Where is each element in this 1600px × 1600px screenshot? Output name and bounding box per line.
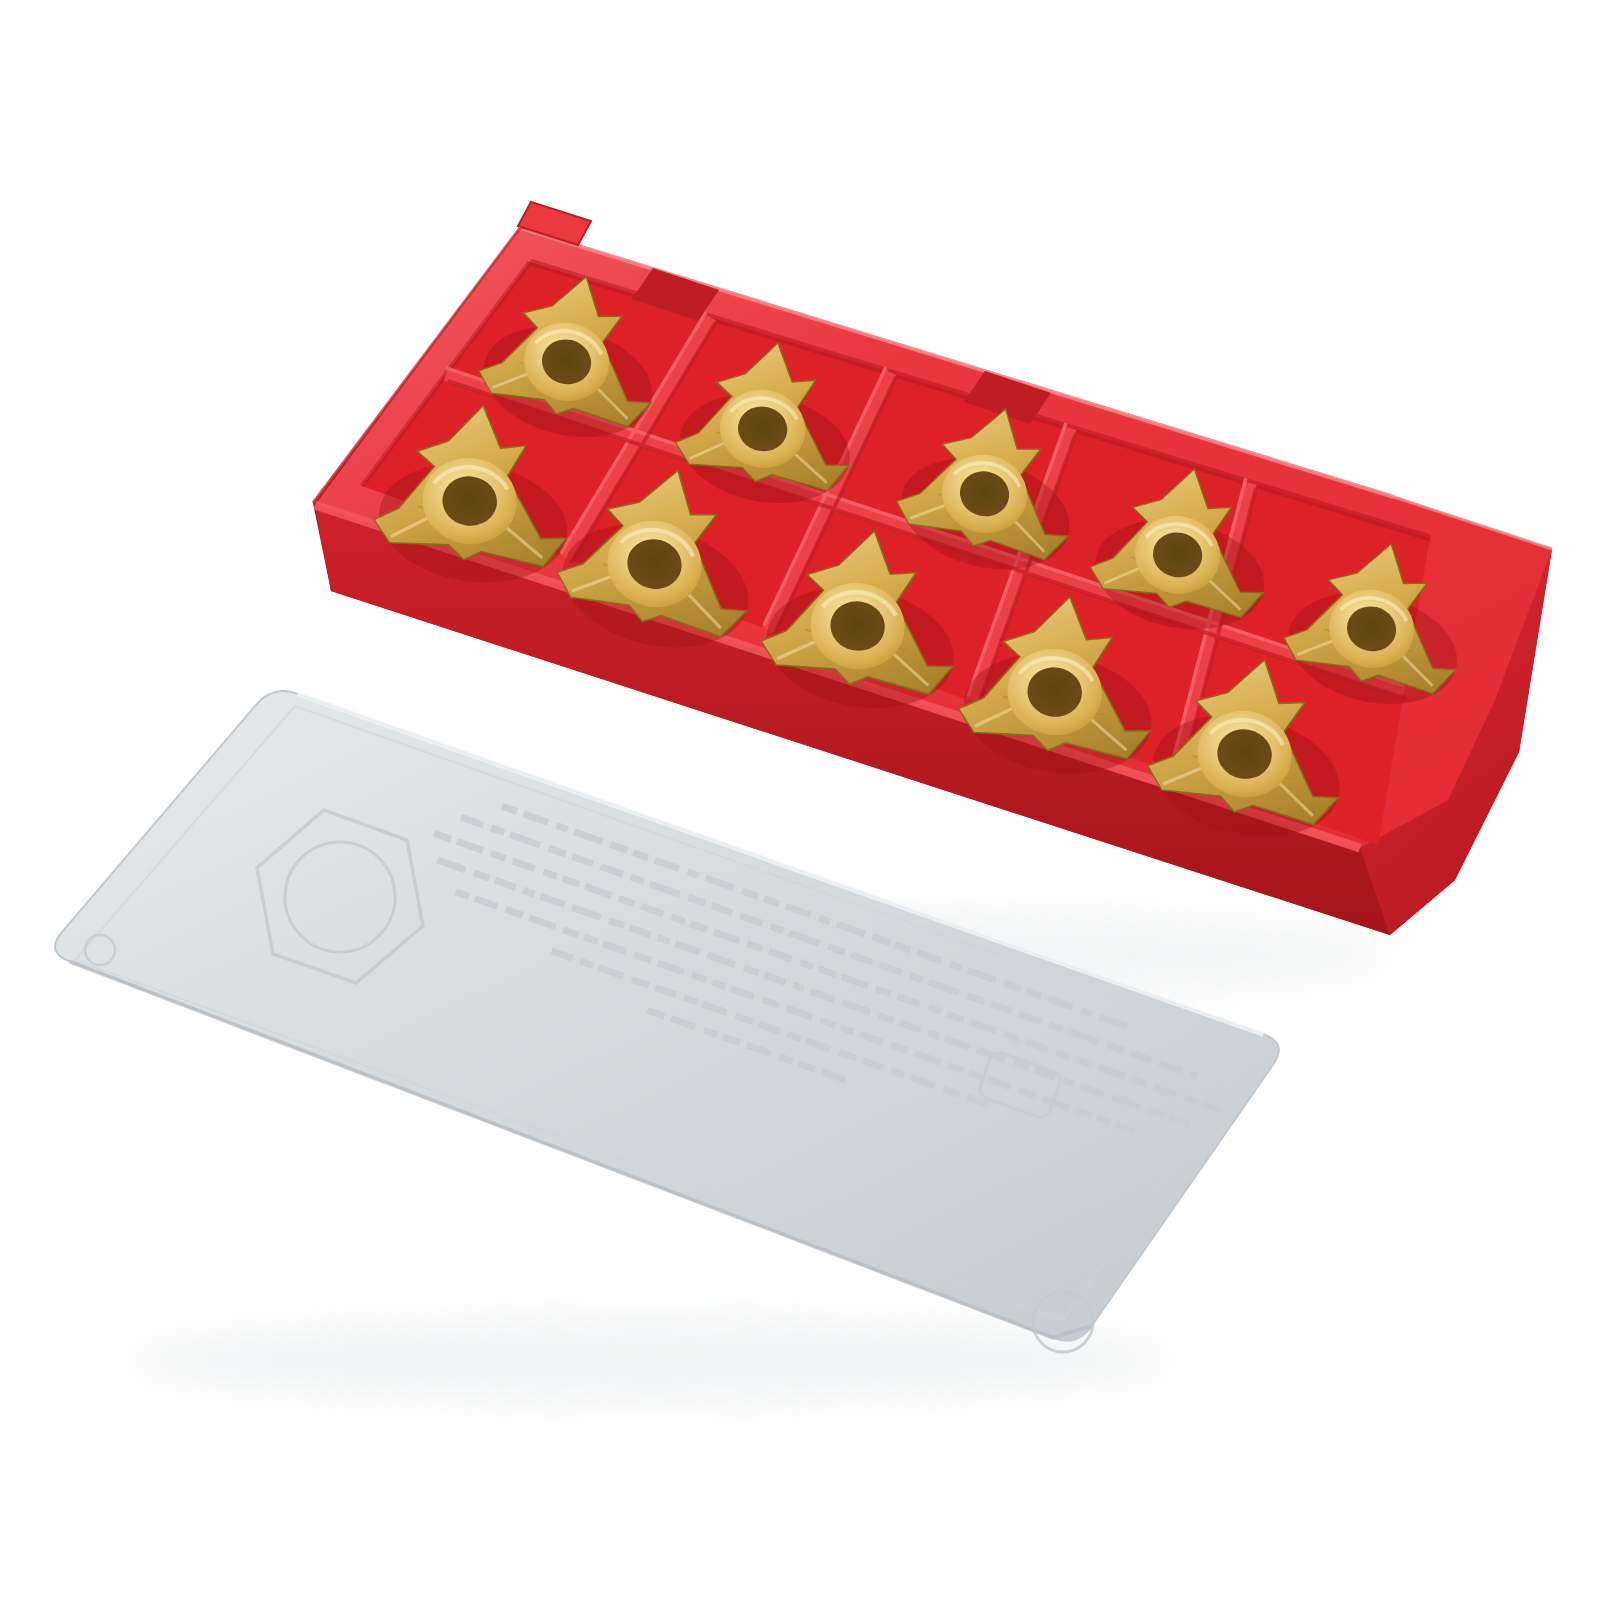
product-photo: Product photo: red plastic storage box h… — [0, 0, 1600, 1600]
lid-shadow — [130, 1318, 1170, 1402]
